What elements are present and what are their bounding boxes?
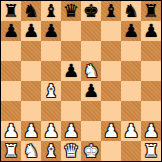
square-b7[interactable]: ♟: [21, 21, 41, 41]
square-a3[interactable]: [1, 101, 21, 121]
square-b5[interactable]: [21, 61, 41, 81]
square-g8[interactable]: ♞: [121, 1, 141, 21]
square-a4[interactable]: [1, 81, 21, 101]
piece-black-rook[interactable]: ♜: [143, 1, 159, 21]
square-e6[interactable]: [81, 41, 101, 61]
square-g2[interactable]: ♟: [121, 121, 141, 141]
square-d3[interactable]: [61, 101, 81, 121]
square-g1[interactable]: [121, 141, 141, 161]
square-h6[interactable]: [141, 41, 161, 61]
square-e8[interactable]: ♚: [81, 1, 101, 21]
square-b2[interactable]: ♟: [21, 121, 41, 141]
square-d1[interactable]: ♛: [61, 141, 81, 161]
square-d7[interactable]: [61, 21, 81, 41]
square-a1[interactable]: ♜: [1, 141, 21, 161]
piece-black-pawn[interactable]: ♟: [143, 21, 159, 41]
square-g4[interactable]: [121, 81, 141, 101]
square-g5[interactable]: [121, 61, 141, 81]
square-e1[interactable]: ♚: [81, 141, 101, 161]
square-g3[interactable]: [121, 101, 141, 121]
piece-black-knight[interactable]: ♞: [23, 1, 39, 21]
chess-board-screenshot: ♜♞♝♛♚♝♞♜♟♟♟♟♟♟♞♝♟♟♟♟♟♟♟♟♜♞♝♛♚♜: [0, 0, 162, 162]
square-d6[interactable]: [61, 41, 81, 61]
square-b4[interactable]: [21, 81, 41, 101]
piece-black-rook[interactable]: ♜: [3, 1, 19, 21]
piece-black-queen[interactable]: ♛: [63, 1, 79, 21]
square-d2[interactable]: ♟: [61, 121, 81, 141]
square-h3[interactable]: [141, 101, 161, 121]
piece-white-queen[interactable]: ♛: [63, 141, 79, 161]
piece-black-king[interactable]: ♚: [83, 1, 99, 21]
square-h1[interactable]: ♜: [141, 141, 161, 161]
piece-white-pawn[interactable]: ♟: [63, 121, 79, 141]
square-d8[interactable]: ♛: [61, 1, 81, 21]
piece-white-rook[interactable]: ♜: [143, 141, 159, 161]
piece-black-pawn[interactable]: ♟: [3, 21, 19, 41]
square-c5[interactable]: [41, 61, 61, 81]
square-c7[interactable]: ♟: [41, 21, 61, 41]
square-a7[interactable]: ♟: [1, 21, 21, 41]
square-e5[interactable]: ♞: [81, 61, 101, 81]
square-d5[interactable]: ♟: [61, 61, 81, 81]
piece-white-pawn[interactable]: ♟: [23, 121, 39, 141]
square-c4[interactable]: ♝: [41, 81, 61, 101]
piece-black-pawn[interactable]: ♟: [83, 81, 99, 101]
piece-black-pawn[interactable]: ♟: [123, 21, 139, 41]
piece-black-knight[interactable]: ♞: [123, 1, 139, 21]
square-e3[interactable]: [81, 101, 101, 121]
square-b6[interactable]: [21, 41, 41, 61]
square-g6[interactable]: [121, 41, 141, 61]
piece-white-pawn[interactable]: ♟: [3, 121, 19, 141]
square-f6[interactable]: [101, 41, 121, 61]
square-f5[interactable]: [101, 61, 121, 81]
piece-black-pawn[interactable]: ♟: [43, 21, 59, 41]
square-c2[interactable]: ♟: [41, 121, 61, 141]
square-c6[interactable]: [41, 41, 61, 61]
piece-white-bishop[interactable]: ♝: [43, 81, 59, 101]
square-b3[interactable]: [21, 101, 41, 121]
piece-white-knight[interactable]: ♞: [23, 141, 39, 161]
piece-black-bishop[interactable]: ♝: [103, 1, 119, 21]
piece-black-pawn[interactable]: ♟: [23, 21, 39, 41]
square-h8[interactable]: ♜: [141, 1, 161, 21]
piece-black-bishop[interactable]: ♝: [43, 1, 59, 21]
square-b1[interactable]: ♞: [21, 141, 41, 161]
square-e2[interactable]: [81, 121, 101, 141]
square-b8[interactable]: ♞: [21, 1, 41, 21]
square-h7[interactable]: ♟: [141, 21, 161, 41]
square-h2[interactable]: ♟: [141, 121, 161, 141]
square-f8[interactable]: ♝: [101, 1, 121, 21]
chess-board: ♜♞♝♛♚♝♞♜♟♟♟♟♟♟♞♝♟♟♟♟♟♟♟♟♜♞♝♛♚♜: [0, 0, 162, 162]
square-e7[interactable]: [81, 21, 101, 41]
piece-white-pawn[interactable]: ♟: [143, 121, 159, 141]
square-f1[interactable]: [101, 141, 121, 161]
square-a5[interactable]: [1, 61, 21, 81]
square-f7[interactable]: [101, 21, 121, 41]
square-a8[interactable]: ♜: [1, 1, 21, 21]
piece-white-pawn[interactable]: ♟: [103, 121, 119, 141]
square-h4[interactable]: [141, 81, 161, 101]
square-a2[interactable]: ♟: [1, 121, 21, 141]
square-d4[interactable]: [61, 81, 81, 101]
piece-white-knight[interactable]: ♞: [83, 61, 99, 81]
square-e4[interactable]: ♟: [81, 81, 101, 101]
square-h5[interactable]: [141, 61, 161, 81]
square-c1[interactable]: ♝: [41, 141, 61, 161]
square-f4[interactable]: [101, 81, 121, 101]
square-f2[interactable]: ♟: [101, 121, 121, 141]
square-c3[interactable]: [41, 101, 61, 121]
piece-black-pawn[interactable]: ♟: [63, 61, 79, 81]
piece-white-pawn[interactable]: ♟: [43, 121, 59, 141]
square-g7[interactable]: ♟: [121, 21, 141, 41]
piece-white-bishop[interactable]: ♝: [43, 141, 59, 161]
piece-white-rook[interactable]: ♜: [3, 141, 19, 161]
piece-white-king[interactable]: ♚: [83, 141, 99, 161]
square-f3[interactable]: [101, 101, 121, 121]
piece-white-pawn[interactable]: ♟: [123, 121, 139, 141]
square-c8[interactable]: ♝: [41, 1, 61, 21]
square-a6[interactable]: [1, 41, 21, 61]
